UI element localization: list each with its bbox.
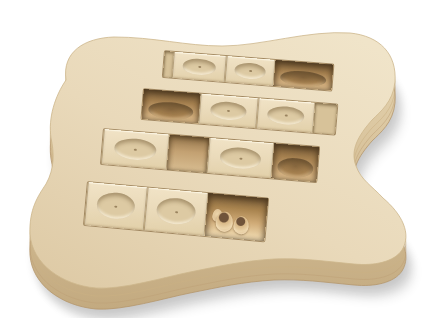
open-treat-well <box>273 60 333 91</box>
recess-center-mark <box>134 148 137 150</box>
open-track-recess <box>167 135 210 173</box>
sliding-cover[interactable] <box>198 94 258 129</box>
finger-recess <box>267 105 305 126</box>
finger-recess <box>113 137 157 161</box>
slider-tracks-layer <box>0 0 423 318</box>
sliding-cover[interactable] <box>256 98 315 132</box>
recess-center-mark <box>249 70 252 72</box>
sliding-cover[interactable] <box>225 56 276 86</box>
recess-center-mark <box>227 110 230 112</box>
treat-pellet <box>215 211 234 232</box>
treat-pellet <box>233 216 250 235</box>
slider-track-row-3 <box>100 128 320 183</box>
slider-track-row-4 <box>83 181 269 242</box>
open-compartment-with-treats <box>205 193 269 241</box>
recess-center-mark <box>198 66 201 68</box>
treat-well-circle <box>276 156 314 179</box>
recess-center-mark <box>239 157 242 159</box>
finger-recess <box>234 62 266 80</box>
recess-center-mark <box>284 114 287 116</box>
sliding-cover[interactable] <box>207 138 275 178</box>
open-treat-well <box>271 143 319 182</box>
open-treat-well <box>142 89 201 123</box>
track-end-recess <box>313 103 337 135</box>
finger-recess <box>156 197 197 226</box>
finger-recess <box>209 100 247 121</box>
sliding-cover[interactable] <box>144 188 209 236</box>
recess-center-mark <box>114 205 117 207</box>
sliding-cover[interactable] <box>84 182 148 230</box>
board-photo <box>0 0 423 318</box>
treat-well-circle <box>279 70 326 88</box>
sliding-cover[interactable] <box>172 52 227 82</box>
finger-recess <box>219 146 262 170</box>
slider-track-row-1 <box>162 50 335 92</box>
sliding-cover[interactable] <box>101 129 170 169</box>
finger-recess <box>182 57 217 75</box>
recess-center-mark <box>174 211 177 213</box>
finger-recess <box>96 191 136 220</box>
slider-track-row-2 <box>140 88 338 136</box>
treat-well-circle <box>147 100 194 120</box>
